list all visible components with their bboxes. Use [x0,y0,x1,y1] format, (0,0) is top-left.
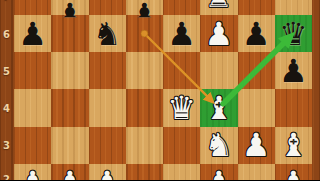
square-d3[interactable] [126,127,163,164]
square-e5[interactable] [163,52,200,89]
square-c4[interactable] [89,89,126,126]
piece-white-rook-f7[interactable]: ♜ [200,0,237,15]
piece-black-queen-h6[interactable]: ♛ [275,15,312,52]
square-d2[interactable] [126,164,163,180]
square-f5[interactable] [200,52,237,89]
rank-label-2: 2 [3,174,10,181]
piece-white-pawn-b2[interactable]: ♟ [51,164,88,180]
rank-label-7: 7 [3,0,10,2]
piece-white-pawn-h2[interactable]: ♟ [275,164,312,180]
piece-white-pawn-a2[interactable]: ♟ [14,164,51,180]
piece-white-pawn-g3[interactable]: ♟ [238,127,275,164]
square-g2[interactable] [238,164,275,180]
piece-black-pawn-a6[interactable]: ♟ [14,15,51,52]
square-e7[interactable] [163,0,200,15]
piece-white-pawn-f2[interactable]: ♟ [200,164,237,180]
square-d5[interactable] [126,52,163,89]
rank-label-4: 4 [3,103,10,114]
square-c5[interactable] [89,52,126,89]
square-b5[interactable] [51,52,88,89]
board-grid: ♟♟♜♟♞♟♟♟♛♟♛♝♞♟♝♟♟♟♟♟ [14,0,312,180]
square-g4[interactable] [238,89,275,126]
piece-black-pawn-e6[interactable]: ♟ [163,15,200,52]
square-g7[interactable] [238,0,275,15]
square-d4[interactable] [126,89,163,126]
square-a4[interactable] [14,89,51,126]
square-c7[interactable] [89,0,126,15]
square-c3[interactable] [89,127,126,164]
piece-white-pawn-f6[interactable]: ♟ [200,15,237,52]
square-a5[interactable] [14,52,51,89]
piece-black-knight-c6[interactable]: ♞ [89,15,126,52]
piece-black-pawn-h5[interactable]: ♟ [275,52,312,89]
chessboard: ♟♟♜♟♞♟♟♟♛♟♛♝♞♟♝♟♟♟♟♟ 765432 [0,0,320,180]
piece-black-pawn-g6[interactable]: ♟ [238,15,275,52]
square-b3[interactable] [51,127,88,164]
piece-white-pawn-c2[interactable]: ♟ [89,164,126,180]
piece-white-queen-e4[interactable]: ♛ [163,89,200,126]
square-e2[interactable] [163,164,200,180]
rank-label-6: 6 [3,28,10,39]
square-g5[interactable] [238,52,275,89]
piece-white-bishop-h3[interactable]: ♝ [275,127,312,164]
rank-label-5: 5 [3,65,10,76]
square-a7[interactable] [14,0,51,15]
square-a3[interactable] [14,127,51,164]
square-b6[interactable] [51,15,88,52]
square-h4[interactable] [275,89,312,126]
square-d6[interactable] [126,15,163,52]
piece-white-knight-f3[interactable]: ♞ [200,127,237,164]
square-b4[interactable] [51,89,88,126]
square-h7[interactable] [275,0,312,15]
square-e3[interactable] [163,127,200,164]
piece-white-bishop-f4[interactable]: ♝ [200,89,237,126]
rank-label-3: 3 [3,140,10,151]
